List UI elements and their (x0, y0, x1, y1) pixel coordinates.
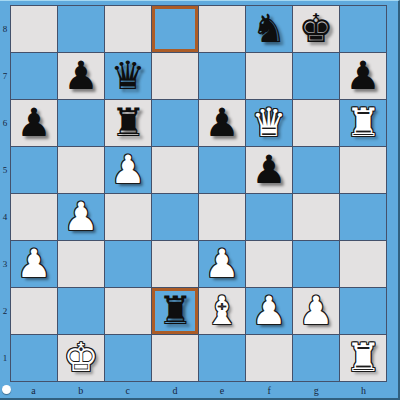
square-h8[interactable] (340, 6, 386, 52)
square-g5[interactable] (293, 147, 339, 193)
square-c7[interactable]: ♛ (105, 53, 151, 99)
file-label-e: e (199, 382, 246, 399)
square-c3[interactable] (105, 241, 151, 287)
white-pawn[interactable]: ♟ (111, 148, 146, 192)
square-f5[interactable]: ♟ (246, 147, 292, 193)
square-a7[interactable] (11, 53, 57, 99)
black-pawn[interactable]: ♟ (17, 101, 52, 145)
file-label-c: c (104, 382, 151, 399)
white-rook[interactable]: ♜ (346, 336, 381, 380)
white-king[interactable]: ♚ (64, 336, 99, 380)
square-a1[interactable] (11, 335, 57, 381)
rank-labels: 87654321 (0, 5, 10, 382)
square-d2[interactable]: ♜ (152, 288, 198, 334)
square-e6[interactable]: ♟ (199, 100, 245, 146)
rank-label-4: 4 (0, 194, 10, 241)
black-pawn[interactable]: ♟ (205, 101, 240, 145)
square-f3[interactable] (246, 241, 292, 287)
black-king[interactable]: ♚ (299, 7, 334, 51)
rank-label-1: 1 (0, 335, 10, 382)
square-a2[interactable] (11, 288, 57, 334)
square-c2[interactable] (105, 288, 151, 334)
square-d7[interactable] (152, 53, 198, 99)
square-d3[interactable] (152, 241, 198, 287)
square-e1[interactable] (199, 335, 245, 381)
square-e7[interactable] (199, 53, 245, 99)
square-b5[interactable] (58, 147, 104, 193)
square-a6[interactable]: ♟ (11, 100, 57, 146)
file-label-a: a (10, 382, 57, 399)
square-f4[interactable] (246, 194, 292, 240)
file-label-b: b (57, 382, 104, 399)
white-pawn[interactable]: ♟ (252, 289, 287, 333)
chess-app-window: ♞♚♟♛♟♟♜♟♛♜♟♟♟♟♟♜♝♟♟♚♜ 87654321 abcdefgh (0, 0, 400, 400)
black-rook[interactable]: ♜ (158, 289, 193, 333)
square-a8[interactable] (11, 6, 57, 52)
square-g2[interactable]: ♟ (293, 288, 339, 334)
square-c8[interactable] (105, 6, 151, 52)
file-labels: abcdefgh (10, 382, 387, 399)
white-bishop[interactable]: ♝ (205, 289, 240, 333)
square-h2[interactable] (340, 288, 386, 334)
white-pawn[interactable]: ♟ (205, 242, 240, 286)
rank-label-5: 5 (0, 146, 10, 193)
black-rook[interactable]: ♜ (111, 101, 146, 145)
square-d4[interactable] (152, 194, 198, 240)
square-a3[interactable]: ♟ (11, 241, 57, 287)
square-b6[interactable] (58, 100, 104, 146)
rank-label-8: 8 (0, 5, 10, 52)
square-b2[interactable] (58, 288, 104, 334)
rank-label-3: 3 (0, 241, 10, 288)
square-d8[interactable] (152, 6, 198, 52)
rank-label-7: 7 (0, 52, 10, 99)
square-h1[interactable]: ♜ (340, 335, 386, 381)
square-c4[interactable] (105, 194, 151, 240)
square-h4[interactable] (340, 194, 386, 240)
file-label-f: f (246, 382, 293, 399)
square-e5[interactable] (199, 147, 245, 193)
square-h5[interactable] (340, 147, 386, 193)
square-d6[interactable] (152, 100, 198, 146)
square-g3[interactable] (293, 241, 339, 287)
square-h7[interactable]: ♟ (340, 53, 386, 99)
chess-board: ♞♚♟♛♟♟♜♟♛♜♟♟♟♟♟♜♝♟♟♚♜ (10, 5, 387, 382)
square-c6[interactable]: ♜ (105, 100, 151, 146)
square-f6[interactable]: ♛ (246, 100, 292, 146)
square-c1[interactable] (105, 335, 151, 381)
square-g8[interactable]: ♚ (293, 6, 339, 52)
black-pawn[interactable]: ♟ (64, 54, 99, 98)
square-g6[interactable] (293, 100, 339, 146)
white-queen[interactable]: ♛ (252, 101, 287, 145)
file-label-d: d (151, 382, 198, 399)
square-b7[interactable]: ♟ (58, 53, 104, 99)
square-d5[interactable] (152, 147, 198, 193)
black-knight[interactable]: ♞ (252, 7, 287, 51)
square-d1[interactable] (152, 335, 198, 381)
black-pawn[interactable]: ♟ (346, 54, 381, 98)
square-e4[interactable] (199, 194, 245, 240)
file-label-g: g (293, 382, 340, 399)
square-e2[interactable]: ♝ (199, 288, 245, 334)
square-b3[interactable] (58, 241, 104, 287)
square-b4[interactable]: ♟ (58, 194, 104, 240)
black-queen[interactable]: ♛ (111, 54, 146, 98)
square-h6[interactable]: ♜ (340, 100, 386, 146)
square-f2[interactable]: ♟ (246, 288, 292, 334)
square-f7[interactable] (246, 53, 292, 99)
square-f1[interactable] (246, 335, 292, 381)
file-label-h: h (340, 382, 387, 399)
white-pawn[interactable]: ♟ (64, 195, 99, 239)
square-g7[interactable] (293, 53, 339, 99)
square-h3[interactable] (340, 241, 386, 287)
black-pawn[interactable]: ♟ (252, 148, 287, 192)
white-rook[interactable]: ♜ (346, 101, 381, 145)
rank-label-2: 2 (0, 288, 10, 335)
square-g4[interactable] (293, 194, 339, 240)
square-f8[interactable]: ♞ (246, 6, 292, 52)
square-a4[interactable] (11, 194, 57, 240)
rank-label-6: 6 (0, 99, 10, 146)
square-b8[interactable] (58, 6, 104, 52)
square-e8[interactable] (199, 6, 245, 52)
square-c5[interactable]: ♟ (105, 147, 151, 193)
square-b1[interactable]: ♚ (58, 335, 104, 381)
white-to-move-indicator (2, 385, 11, 394)
square-a5[interactable] (11, 147, 57, 193)
square-e3[interactable]: ♟ (199, 241, 245, 287)
white-pawn[interactable]: ♟ (17, 242, 52, 286)
square-g1[interactable] (293, 335, 339, 381)
white-pawn[interactable]: ♟ (299, 289, 334, 333)
